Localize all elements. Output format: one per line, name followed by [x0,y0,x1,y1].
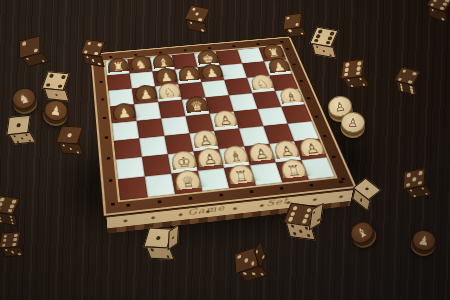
wooden-die-13[interactable] [312,28,334,56]
square-d7: ♟ [175,67,201,84]
square-g6: ♘ [247,76,275,93]
loose-piece-p-4[interactable]: ♟ [410,228,438,254]
die-front-face [82,54,105,68]
wooden-die-10[interactable] [286,204,312,238]
wooden-die-5[interactable] [58,126,80,154]
board-grid: ♜♞♝♚♜♟♟♟♟♟♘♘♟♛♗♙♙♔♙♗♙♙♙♕♖♖ [105,46,335,200]
die-front-face [342,76,370,89]
die-front-face [0,247,25,258]
wooden-die-15[interactable] [396,68,416,94]
square-c1: ♕ [171,171,202,194]
square-c5 [158,100,185,119]
square-d5: ♛ [182,98,210,117]
wooden-die-8[interactable] [146,228,170,259]
photo-scene: ♜♞♝♚♜♟♟♟♟♟♘♘♟♛♗♙♙♔♙♗♙♙♙♕♖♖ Game Set ♞♟♝♟… [0,0,450,300]
wooden-die-16[interactable] [354,180,374,206]
square-a1 [118,176,148,200]
wooden-die-17[interactable] [404,170,426,198]
wooden-die-14[interactable] [342,60,364,88]
piece-p-a5[interactable]: ♟ [112,102,137,124]
square-a2 [116,157,145,179]
square-a3 [114,138,142,159]
piece-B-h5[interactable]: ♗ [278,87,304,108]
loose-piece-n-1[interactable]: ♞ [10,85,39,111]
wooden-die-1[interactable] [20,38,42,66]
die-front-face [8,132,36,145]
square-a5: ♟ [110,104,137,123]
wooden-die-11[interactable] [186,6,206,32]
wooden-die-2[interactable] [82,40,102,66]
board-frame: ♜♞♝♚♜♟♟♟♟♟♘♘♟♛♗♙♙♔♙♗♙♙♙♕♖♖ [92,38,353,214]
wooden-die-18[interactable] [428,0,448,20]
square-b4 [137,119,165,139]
square-h5: ♗ [275,89,305,107]
wooden-die-6[interactable] [0,196,16,224]
square-b3 [139,136,168,157]
square-c4 [161,116,189,136]
square-f5 [229,93,258,111]
wooden-die-9[interactable] [236,250,260,281]
die-front-face [0,211,18,227]
die-front-face [405,185,434,199]
die-front-face [58,142,84,155]
square-b1 [145,174,175,198]
square-d2: ♙ [193,149,224,171]
wooden-die-4[interactable] [8,116,30,144]
wooden-die-12[interactable] [284,14,302,37]
board-top: ♜♞♝♚♜♟♟♟♟♟♘♘♟♛♗♙♙♔♙♗♙♙♙♕♖♖ [92,38,353,214]
loose-piece-p-2[interactable]: ♟ [43,98,70,122]
loose-piece-b-3[interactable]: ♝ [346,217,377,247]
wooden-die-7[interactable] [0,232,20,258]
square-g5 [252,91,281,109]
square-h7: ♟ [264,59,292,75]
wooden-die-3[interactable] [44,72,66,100]
loose-piece-P-6[interactable]: ♙ [340,111,365,134]
piece-P-h2[interactable]: ♙ [298,137,327,161]
